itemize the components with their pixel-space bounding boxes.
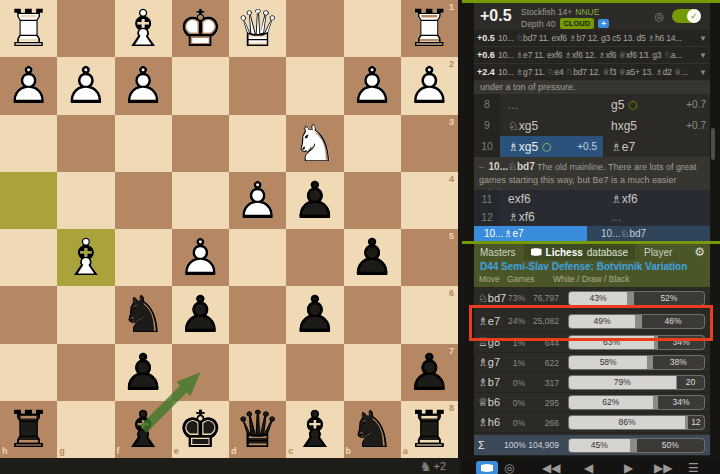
explorer-total-row[interactable]: Σ100%104,90945%50% — [474, 435, 710, 456]
explorer-row-♗h6[interactable]: ♗h60%26686%12 — [474, 413, 710, 433]
square-c3[interactable]: ♞♘ — [286, 115, 343, 172]
square-h8[interactable]: ♜♖ — [0, 401, 57, 458]
line-moves: 10... ♗e7 11. exf6 ♗xf6 12. ♗xf6 ♕xf6 13… — [498, 50, 697, 60]
move-number: 8 — [474, 94, 500, 115]
square-d8[interactable]: ♛♕ — [229, 401, 286, 458]
line-eval: +0.6 — [477, 50, 498, 60]
piece-black-pawn: ♟ — [172, 286, 229, 343]
comment-move-ref[interactable]: 10...♘bd7 — [489, 161, 535, 172]
step-forward-icon[interactable]: ▶ — [624, 461, 633, 474]
black-share: 12 — [688, 416, 704, 429]
skip-end-icon[interactable]: ▶▶ — [654, 461, 672, 474]
black-share: 50% — [637, 439, 705, 452]
square-h3[interactable] — [0, 115, 57, 172]
black-move[interactable]: ... — [603, 208, 706, 226]
square-c5[interactable] — [286, 229, 343, 286]
add-lines-button[interactable]: + — [598, 19, 609, 28]
good-move-circle-icon: ○ — [628, 98, 638, 111]
piece-black-bishop: ♝ — [286, 401, 343, 458]
square-g2[interactable]: ♟♙ — [57, 57, 114, 114]
piece-outline: ♙ — [401, 57, 458, 114]
square-d5[interactable] — [229, 229, 286, 286]
square-b4[interactable] — [344, 172, 401, 229]
line-moves: 10... ♗g7 11. ♘e4 ♘bd7 12. ♕f3 ♕a5+ 13. … — [498, 67, 697, 77]
piece-outline: ♙ — [229, 172, 286, 229]
book-icon — [531, 248, 542, 256]
draw-share — [635, 315, 642, 328]
black-share: 52% — [634, 292, 704, 305]
col-move: Move — [479, 274, 500, 284]
explorer-move: ♗e7 — [474, 315, 504, 328]
square-e2[interactable] — [172, 57, 229, 114]
gear-icon[interactable]: ⚙ — [694, 245, 705, 259]
nnue-label: NNUE — [575, 7, 599, 17]
move-list: 8...g5○+0.79♘xg5hxg5+0.710♗xg5○+0.5♗e7 — [474, 94, 710, 157]
draw-share — [630, 439, 637, 452]
inline-eval: +0.5 — [577, 141, 597, 152]
explorer-games: 76,797 — [525, 293, 559, 303]
lichess-analysis-screen: ♜♖♝♗♚♔♛♕♜♖♟♙♟♙♟♙♟♙♟♙♞♘♟♙♟♙♝♗♟♙♟♙♞♘♟♙♟♙♟♙… — [0, 0, 720, 474]
draw-share — [627, 292, 634, 305]
square-g7[interactable] — [57, 344, 114, 401]
piece-outline: ♙ — [286, 172, 343, 229]
square-h5[interactable] — [0, 229, 57, 286]
square-b6[interactable] — [344, 286, 401, 343]
explorer-pct: 0% — [504, 418, 525, 428]
piece-black-king: ♚ — [172, 401, 229, 458]
square-a8[interactable]: ♜♖ — [401, 401, 458, 458]
square-a4[interactable] — [401, 172, 458, 229]
square-g1[interactable] — [57, 0, 114, 57]
explorer-pct: 73% — [504, 293, 525, 303]
square-e1[interactable]: ♚♔ — [172, 0, 229, 57]
square-c7[interactable] — [286, 344, 343, 401]
explorer-games: 622 — [525, 358, 559, 368]
piece-outline: ♔ — [172, 401, 229, 458]
square-b2[interactable]: ♟♙ — [344, 57, 401, 114]
piece-outline: ♘ — [115, 286, 172, 343]
skip-start-icon[interactable]: ◀◀ — [542, 461, 560, 474]
piece-black-pawn: ♟ — [344, 229, 401, 286]
square-d7[interactable] — [229, 344, 286, 401]
piece-outline: ♗ — [286, 401, 343, 458]
square-e3[interactable] — [172, 115, 229, 172]
piece-outline: ♗ — [115, 0, 172, 57]
piece-outline: ♙ — [344, 229, 401, 286]
square-d2[interactable] — [229, 57, 286, 114]
explorer-book-icon[interactable] — [476, 461, 498, 474]
explorer-row-♗b7[interactable]: ♗b70%31779%20 — [474, 373, 710, 393]
piece-outline: ♘ — [286, 115, 343, 172]
chevron-down-icon[interactable]: ▼ — [699, 51, 707, 60]
material-score: +2 — [433, 460, 446, 472]
engine-line-1[interactable]: +0.510... ♘bd7 11. exf6 ♗b7 12. g3 c5 13… — [474, 30, 710, 47]
variation-tab[interactable]: 10...♘bd7 — [587, 226, 710, 241]
square-f4[interactable] — [115, 172, 172, 229]
square-b1[interactable] — [344, 0, 401, 57]
square-f5[interactable] — [115, 229, 172, 286]
white-share: 86% — [569, 416, 685, 429]
explorer-pct: 24% — [504, 316, 525, 326]
square-a7[interactable]: ♟♙ — [401, 344, 458, 401]
result-bar: 86%12 — [569, 416, 704, 429]
white-move[interactable]: ... — [500, 94, 603, 115]
square-a2[interactable]: ♟♙ — [401, 57, 458, 114]
square-h1[interactable]: ♜♖ — [0, 0, 57, 57]
explorer-table: ♘bd773%76,79743%52%♗e724%25,08249%46%♖g8… — [474, 287, 710, 456]
move-row-9: 9♘xg5hxg5+0.7 — [474, 115, 710, 136]
piece-outline: ♖ — [0, 0, 57, 57]
black-move[interactable]: ♗xf6 — [603, 190, 706, 208]
piece-black-pawn: ♟ — [401, 344, 458, 401]
piece-white-king: ♚ — [172, 0, 229, 57]
engine-toggle[interactable]: ✓ — [672, 9, 700, 23]
square-f6[interactable]: ♞♘ — [115, 286, 172, 343]
piece-white-pawn: ♟ — [115, 57, 172, 114]
explorer-row-♖g8[interactable]: ♖g81%64463%34% — [474, 333, 710, 353]
square-a5[interactable] — [401, 229, 458, 286]
explorer-pct: 0% — [504, 398, 525, 408]
piece-outline: ♕ — [229, 0, 286, 57]
explorer-games: 266 — [525, 418, 559, 428]
white-share: 43% — [569, 292, 627, 305]
piece-white-rook: ♜ — [401, 0, 458, 57]
white-share: 63% — [569, 336, 654, 349]
white-share: 58% — [569, 356, 647, 369]
piece-outline: ♙ — [344, 57, 401, 114]
toggle-knob: ✓ — [687, 9, 701, 23]
square-g6[interactable] — [57, 286, 114, 343]
result-bar: 63%34% — [569, 336, 704, 349]
col-result: White / Draw / Black — [553, 274, 630, 284]
square-e8[interactable]: ♚♔ — [172, 401, 229, 458]
variation-tabs: 10...♗e710...♘bd7 — [474, 226, 710, 241]
white-share: 49% — [569, 315, 635, 328]
square-b3[interactable] — [344, 115, 401, 172]
engine-name: Stockfish 14+ — [521, 7, 572, 17]
move-row-8: 8...g5○+0.7 — [474, 94, 710, 115]
explorer-games: 295 — [525, 398, 559, 408]
square-b7[interactable] — [344, 344, 401, 401]
move-number: 11 — [474, 190, 500, 208]
white-share: 45% — [569, 439, 630, 452]
white-move[interactable]: ♗xf6 — [500, 208, 603, 226]
move-eval: +0.7 — [686, 115, 706, 136]
explorer-row-♕b6[interactable]: ♕b60%29562%34% — [474, 393, 710, 413]
piece-white-pawn: ♟ — [57, 57, 114, 114]
square-f1[interactable]: ♝♗ — [115, 0, 172, 57]
piece-black-bishop: ♝ — [115, 401, 172, 458]
square-d4[interactable]: ♟♙ — [229, 172, 286, 229]
opening-explorer-header: Masters Lichess database Player ⚙ D44 Se… — [474, 244, 710, 287]
white-share: 79% — [569, 376, 676, 389]
engine-line-3[interactable]: +2.410... ♗g7 11. ♘e4 ♘bd7 12. ♕f3 ♕a5+ … — [474, 64, 710, 81]
piece-outline: ♔ — [172, 0, 229, 57]
result-bar: 45%50% — [569, 439, 704, 452]
square-a3[interactable] — [401, 115, 458, 172]
square-f8[interactable]: ♝♗ — [115, 401, 172, 458]
move-row-10: 10♗xg5○+0.5♗e7 — [474, 136, 710, 157]
line-eval: +2.4 — [477, 67, 498, 77]
piece-white-queen: ♛ — [229, 0, 286, 57]
black-move[interactable]: ♗e7 — [603, 136, 706, 157]
piece-white-pawn: ♟ — [0, 57, 57, 114]
opening-name: D44 Semi-Slav Defense: Botvinnik Variati… — [474, 260, 710, 274]
practice-target-icon[interactable]: ◎ — [504, 461, 514, 474]
piece-black-rook: ♜ — [0, 401, 57, 458]
explorer-pct: 100% — [504, 440, 525, 450]
black-share: 38% — [653, 356, 704, 369]
square-c2[interactable] — [286, 57, 343, 114]
piece-outline: ♙ — [286, 286, 343, 343]
white-move[interactable]: ♗xg5○+0.5 — [500, 136, 603, 157]
square-d6[interactable] — [229, 286, 286, 343]
square-a1[interactable]: ♜♖ — [401, 0, 458, 57]
explorer-move: ♖g8 — [474, 336, 504, 349]
piece-white-pawn: ♟ — [401, 57, 458, 114]
result-bar: 43%52% — [569, 292, 704, 305]
result-bar: 49%46% — [569, 315, 704, 328]
result-bar: 58%38% — [569, 356, 704, 369]
square-f3[interactable] — [115, 115, 172, 172]
explorer-row-♗e7[interactable]: ♗e724%25,08249%46% — [474, 310, 710, 333]
square-h2[interactable]: ♟♙ — [0, 57, 57, 114]
explorer-move: ♗h6 — [474, 416, 504, 429]
move-number: 10 — [474, 136, 500, 157]
square-f7[interactable]: ♟♙ — [115, 344, 172, 401]
piece-outline: ♗ — [57, 229, 114, 286]
piece-outline: ♗ — [115, 401, 172, 458]
piece-outline: ♖ — [0, 401, 57, 458]
piece-outline: ♘ — [344, 401, 401, 458]
engine-line-2[interactable]: +0.610... ♗e7 11. exf6 ♗xf6 12. ♗xf6 ♕xf… — [474, 47, 710, 64]
square-f2[interactable]: ♟♙ — [115, 57, 172, 114]
explorer-move: ♗g7 — [474, 356, 504, 369]
piece-outline: ♙ — [0, 57, 57, 114]
piece-white-knight: ♞ — [286, 115, 343, 172]
piece-black-pawn: ♟ — [286, 286, 343, 343]
piece-outline: ♙ — [115, 344, 172, 401]
cloud-badge: CLOUD — [560, 18, 595, 29]
move-number: 12 — [474, 208, 500, 226]
chevron-down-icon[interactable]: ▼ — [699, 68, 707, 77]
piece-white-rook: ♜ — [0, 0, 57, 57]
white-move[interactable]: ♘xg5 — [500, 115, 603, 136]
result-bar: 79%20 — [569, 376, 704, 389]
square-g4[interactable] — [57, 172, 114, 229]
explorer-pct: 1% — [504, 338, 525, 348]
square-h6[interactable] — [0, 286, 57, 343]
piece-black-rook: ♜ — [401, 401, 458, 458]
scrollbar[interactable] — [711, 128, 715, 160]
black-share: 34% — [658, 396, 704, 409]
material-bar: ♞ +2 — [0, 458, 460, 474]
explorer-move: Σ — [474, 439, 504, 451]
piece-outline: ♖ — [401, 0, 458, 57]
comment-text: under a ton of pressure. — [474, 81, 710, 94]
square-h7[interactable] — [0, 344, 57, 401]
tab-player[interactable]: Player — [644, 247, 672, 258]
piece-outline: ♖ — [401, 401, 458, 458]
square-e7[interactable] — [172, 344, 229, 401]
explorer-move: ♗b7 — [474, 376, 504, 389]
square-a6[interactable] — [401, 286, 458, 343]
piece-outline: ♙ — [172, 286, 229, 343]
engine-eval: +0.5 — [480, 7, 512, 25]
square-h4[interactable] — [0, 172, 57, 229]
captured-knight-icon: ♞ — [420, 459, 432, 474]
black-share: 34% — [658, 336, 704, 349]
col-games: Games — [507, 274, 534, 284]
explorer-move: ♕b6 — [474, 396, 504, 409]
piece-white-pawn: ♟ — [229, 172, 286, 229]
step-back-icon[interactable]: ◀ — [584, 461, 593, 474]
piece-outline: ♙ — [401, 344, 458, 401]
explorer-pct: 0% — [504, 378, 525, 388]
explorer-row-♘bd7[interactable]: ♘bd773%76,79743%52% — [474, 287, 710, 310]
square-g8[interactable] — [57, 401, 114, 458]
piece-black-queen: ♛ — [229, 401, 286, 458]
square-c8[interactable]: ♝♗ — [286, 401, 343, 458]
white-move[interactable]: exf6 — [500, 190, 603, 208]
explorer-games: 644 — [525, 338, 559, 348]
engine-lines: +0.510... ♘bd7 11. exf6 ♗b7 12. g3 c5 13… — [474, 30, 710, 81]
material-advantage: ♞ +2 — [420, 459, 446, 474]
square-c4[interactable]: ♟♙ — [286, 172, 343, 229]
square-b5[interactable]: ♟♙ — [344, 229, 401, 286]
square-c1[interactable] — [286, 0, 343, 57]
engine-header: +0.5 Stockfish 14+NNUE Depth 40 CLOUD + … — [474, 3, 710, 30]
chess-board[interactable]: ♜♖♝♗♚♔♛♕♜♖♟♙♟♙♟♙♟♙♟♙♞♘♟♙♟♙♝♗♟♙♟♙♞♘♟♙♟♙♟♙… — [0, 0, 458, 458]
move-number: 9 — [474, 115, 500, 136]
practice-focus-icon[interactable]: ◎ — [654, 10, 664, 23]
chevron-down-icon[interactable]: ▼ — [699, 34, 707, 43]
move-comment: ‒ 10...♘bd7 The old mainline. There are … — [474, 157, 710, 190]
explorer-games: 25,082 — [525, 316, 559, 326]
explorer-move: ♘bd7 — [474, 292, 504, 305]
square-c6[interactable]: ♟♙ — [286, 286, 343, 343]
black-share: 20 — [677, 376, 704, 389]
menu-icon[interactable]: ☰ — [688, 461, 699, 474]
bottom-toolbar: ◎◀◀◀▶▶▶☰ — [462, 459, 720, 474]
piece-black-pawn: ♟ — [286, 172, 343, 229]
analysis-panel: +0.5 Stockfish 14+NNUE Depth 40 CLOUD + … — [462, 0, 720, 474]
tab-lichess-database[interactable]: Lichess database — [524, 244, 635, 260]
square-e4[interactable] — [172, 172, 229, 229]
square-d3[interactable] — [229, 115, 286, 172]
explorer-row-♗g7[interactable]: ♗g71%62258%38% — [474, 353, 710, 373]
move-row-12: 12♗xf6... — [474, 208, 710, 226]
result-bar: 62%34% — [569, 396, 704, 409]
engine-depth: Depth 40 — [521, 19, 556, 29]
piece-white-bishop: ♝ — [115, 0, 172, 57]
tab-masters[interactable]: Masters — [480, 247, 516, 258]
variation-tab-selected[interactable]: 10...♗e7 — [474, 226, 587, 241]
square-g3[interactable] — [57, 115, 114, 172]
piece-black-knight: ♞ — [344, 401, 401, 458]
square-e5[interactable]: ♟♙ — [172, 229, 229, 286]
piece-outline: ♙ — [57, 57, 114, 114]
black-share: 46% — [642, 315, 704, 328]
move-eval: +0.7 — [686, 94, 706, 115]
square-d1[interactable]: ♛♕ — [229, 0, 286, 57]
explorer-games: 317 — [525, 378, 559, 388]
move-row-11: 11exf6♗xf6 — [474, 190, 710, 208]
line-moves: 10... ♘bd7 11. exf6 ♗b7 12. g3 c5 13. d5… — [498, 33, 697, 43]
line-eval: +0.5 — [477, 33, 498, 43]
comment-marker: ‒ — [479, 162, 484, 172]
good-move-circle-icon: ○ — [542, 140, 552, 153]
piece-white-bishop: ♝ — [57, 229, 114, 286]
explorer-pct: 1% — [504, 358, 525, 368]
variation-move-list: 11exf6♗xf612♗xf6... — [474, 190, 710, 226]
piece-white-pawn: ♟ — [172, 229, 229, 286]
piece-black-knight: ♞ — [115, 286, 172, 343]
square-e6[interactable]: ♟♙ — [172, 286, 229, 343]
white-share: 62% — [569, 396, 653, 409]
square-b8[interactable]: ♞♘ — [344, 401, 401, 458]
explorer-games: 104,909 — [525, 440, 559, 450]
piece-outline: ♕ — [229, 401, 286, 458]
piece-outline: ♙ — [115, 57, 172, 114]
square-g5[interactable]: ♝♗ — [57, 229, 114, 286]
piece-outline: ♙ — [172, 229, 229, 286]
piece-black-pawn: ♟ — [115, 344, 172, 401]
piece-white-pawn: ♟ — [344, 57, 401, 114]
